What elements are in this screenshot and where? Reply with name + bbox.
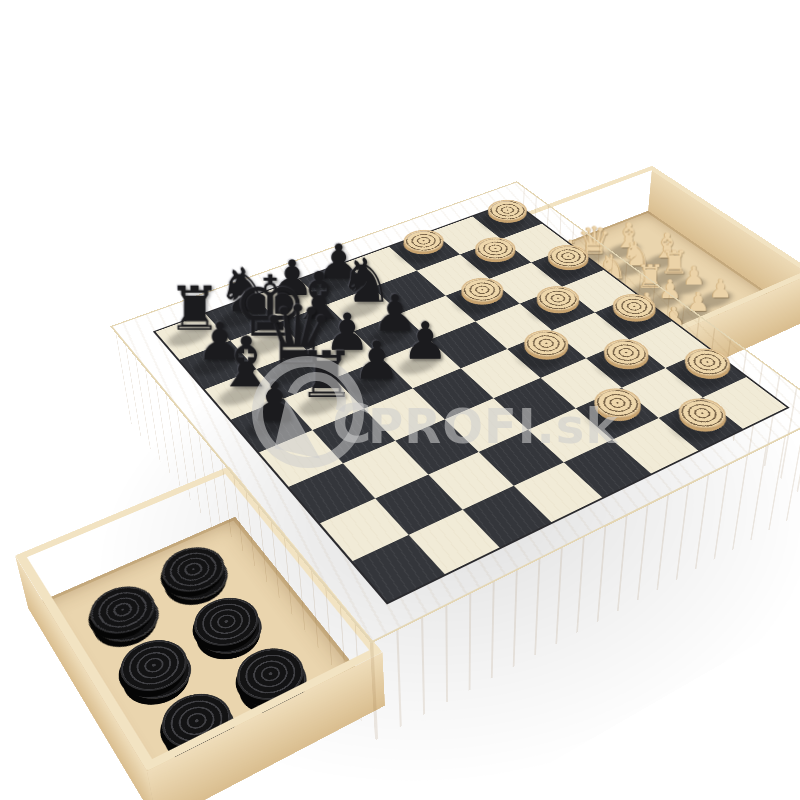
wood-chess-piece-pawn-glyph: ♟	[683, 263, 706, 288]
wood-chess-piece-rook-glyph: ♜	[660, 247, 688, 279]
black-chess-piece-pawn-glyph: ♟	[250, 374, 299, 429]
wood-chess-piece-bishop-glyph: ♝	[614, 219, 645, 253]
black-checker-bottom	[115, 639, 202, 709]
black-chess-piece-rook-glyph: ♜	[298, 343, 355, 407]
black-checker-top	[110, 631, 198, 702]
black-checker-bottom	[156, 547, 238, 608]
piece-shadow	[667, 275, 711, 298]
black-checker-top	[152, 539, 235, 601]
product-photo: ♚♛♝♞♞♝♜♜♟♟♟♟♟♟♟♟ ♜♞♟♟♟♚♝♞♝♛♟♟♟♜♟♟ C PROF…	[0, 0, 800, 800]
black-checker-top	[81, 578, 165, 643]
piece-shadow	[641, 251, 684, 273]
black-chess-piece-pawn-glyph: ♟	[353, 334, 400, 387]
black-checker-bottom	[187, 597, 272, 663]
right-drawer-contents: ♚♛♝♞♞♝♜♜♟♟♟♟♟♟♟♟	[519, 145, 654, 194]
left-drawer-end-panel	[15, 555, 158, 800]
wood-chess-piece-bishop-glyph: ♝	[652, 229, 683, 264]
black-checker-top	[183, 589, 269, 655]
black-chess-piece-pawn-glyph: ♟	[401, 315, 448, 367]
game-box: ♚♛♝♞♞♝♜♜♟♟♟♟♟♟♟♟ ♜♞♟♟♟♚♝♞♝♛♟♟♟♜♟♟	[110, 181, 800, 643]
black-checker-bottom	[85, 586, 169, 651]
scene: ♚♛♝♞♞♝♜♜♟♟♟♟♟♟♟♟ ♜♞♟♟♟♚♝♞♝♛♟♟♟♜♟♟	[0, 0, 800, 800]
